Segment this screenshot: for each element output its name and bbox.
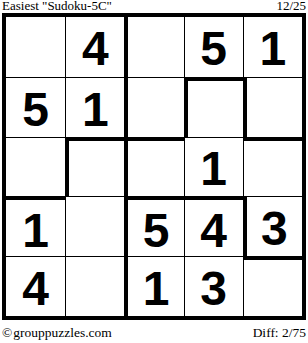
cell-r3c1[interactable] [6,137,65,197]
cell-r2c4[interactable] [184,77,243,137]
cell-r2c5[interactable] [243,77,302,137]
cell-r3c5[interactable] [243,137,302,197]
cell-r5c2[interactable] [65,256,124,316]
given-digit: 3 [200,260,227,313]
given-digit: 4 [22,260,49,313]
given-digit: 5 [200,20,227,73]
given-digit: 1 [200,140,227,193]
site-name: grouppuzzles.com [13,325,112,340]
sudoku-board: 4515111543413 [2,13,306,320]
given-digit: 4 [200,202,227,255]
given-digit: 3 [261,200,288,253]
cell-r5c3[interactable]: 1 [124,256,183,316]
cell-r2c1[interactable]: 5 [6,77,65,137]
header: Easiest "Sudoku-5C" 12/25 [2,0,306,13]
copyright: © grouppuzzles.com [2,325,112,340]
cell-r4c1[interactable]: 1 [6,196,65,256]
cell-r3c3[interactable] [124,137,183,197]
page: { "header": { "title": "Easiest \"Sudoku… [0,0,308,343]
cell-r4c2[interactable] [65,196,124,256]
difficulty-label: Diff: 2/75 [253,325,306,340]
cell-r1c4[interactable]: 5 [184,17,243,77]
cell-r2c3[interactable] [124,77,183,137]
cell-r1c2[interactable]: 4 [65,17,124,77]
footer: © grouppuzzles.com Diff: 2/75 [2,325,306,342]
cell-r1c5[interactable]: 1 [243,17,302,77]
given-digit: 5 [22,81,49,134]
cell-r4c3[interactable]: 5 [124,196,183,256]
given-digit: 4 [82,20,109,73]
given-digit: 5 [143,202,170,255]
given-digit: 1 [82,81,109,134]
cell-r5c5[interactable] [243,256,302,316]
cell-r2c2[interactable]: 1 [65,77,124,137]
copyright-icon: © [2,325,12,340]
puzzle-title: Easiest "Sudoku-5C" [2,0,112,12]
cell-r1c3[interactable] [124,17,183,77]
given-digit: 1 [260,20,287,73]
cell-r4c5[interactable]: 3 [243,196,302,256]
cell-r4c4[interactable]: 4 [184,196,243,256]
cell-r1c1[interactable] [6,17,65,77]
cell-r3c2[interactable] [65,137,124,197]
cell-r3c4[interactable]: 1 [184,137,243,197]
cell-r5c4[interactable]: 3 [184,256,243,316]
given-digit: 1 [143,260,170,313]
page-number: 12/25 [276,0,306,12]
cell-r5c1[interactable]: 4 [6,256,65,316]
given-digit: 1 [22,202,49,255]
